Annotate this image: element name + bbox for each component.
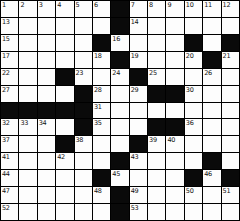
clue-number: 40: [167, 136, 175, 144]
white-cell-r9c12[interactable]: [203, 136, 220, 152]
white-cell-r5c2[interactable]: [19, 69, 36, 85]
white-cell-r2c9[interactable]: [148, 18, 165, 34]
white-cell-r7c13[interactable]: [222, 103, 239, 119]
white-cell-r1c1[interactable]: 1: [1, 1, 18, 17]
white-cell-r7c8[interactable]: [130, 103, 147, 119]
clue-number: 15: [2, 35, 10, 43]
white-cell-r3c5[interactable]: [75, 35, 92, 51]
white-cell-r13c8[interactable]: 53: [130, 204, 147, 220]
white-cell-r2c10[interactable]: [166, 18, 183, 34]
white-cell-r11c7[interactable]: 45: [111, 170, 128, 186]
white-cell-r2c5[interactable]: [75, 18, 92, 34]
white-cell-r4c4[interactable]: [56, 52, 73, 68]
white-cell-r11c4[interactable]: [56, 170, 73, 186]
black-cell-r8c5: [75, 119, 92, 135]
white-cell-r5c9[interactable]: 25: [148, 69, 165, 85]
clue-number: 13: [2, 18, 10, 26]
clue-number: 28: [94, 86, 102, 94]
clue-number: 7: [131, 1, 135, 9]
white-cell-r13c10[interactable]: [166, 204, 183, 220]
white-cell-r1c5[interactable]: 5: [75, 1, 92, 17]
white-cell-r8c3[interactable]: 34: [38, 119, 55, 135]
clue-number: 9: [167, 1, 171, 9]
white-cell-r7c10[interactable]: [166, 103, 183, 119]
crossword-board: 1234567891011121314151617181920212223242…: [0, 0, 240, 221]
clue-number: 1: [2, 1, 6, 9]
white-cell-r8c7[interactable]: [111, 119, 128, 135]
white-cell-r6c13[interactable]: [222, 86, 239, 102]
clue-number: 37: [2, 136, 10, 144]
clue-number: 22: [2, 69, 10, 77]
black-cell-r1c7: [111, 1, 128, 17]
black-cell-r10c7: [111, 153, 128, 169]
white-cell-r4c13[interactable]: 21: [222, 52, 239, 68]
white-cell-r12c9[interactable]: [148, 187, 165, 203]
clue-number: 8: [149, 1, 153, 9]
white-cell-r12c12[interactable]: [203, 187, 220, 203]
black-cell-r3c11: [185, 35, 202, 51]
white-cell-r3c9[interactable]: [148, 35, 165, 51]
white-cell-r6c4[interactable]: [56, 86, 73, 102]
black-cell-r8c9: [148, 119, 165, 135]
white-cell-r7c6[interactable]: 31: [93, 103, 110, 119]
white-cell-r1c13[interactable]: 12: [222, 1, 239, 17]
clue-number: 14: [131, 18, 139, 26]
clue-number: 43: [131, 153, 139, 161]
clue-number: 2: [20, 1, 24, 9]
black-cell-r10c12: [203, 153, 220, 169]
white-cell-r12c13[interactable]: 51: [222, 187, 239, 203]
white-cell-r13c11[interactable]: [185, 204, 202, 220]
white-cell-r2c8[interactable]: 14: [130, 18, 147, 34]
black-cell-r4c7: [111, 52, 128, 68]
white-cell-r13c5[interactable]: [75, 204, 92, 220]
clue-number: 42: [57, 153, 65, 161]
white-cell-r12c6[interactable]: 48: [93, 187, 110, 203]
white-cell-r1c2[interactable]: 2: [19, 1, 36, 17]
white-cell-r5c3[interactable]: [38, 69, 55, 85]
white-cell-r1c12[interactable]: 11: [203, 1, 220, 17]
white-cell-r2c2[interactable]: [19, 18, 36, 34]
white-cell-r4c1[interactable]: 17: [1, 52, 18, 68]
white-cell-r8c13[interactable]: [222, 119, 239, 135]
white-cell-r13c4[interactable]: [56, 204, 73, 220]
white-cell-r3c10[interactable]: [166, 35, 183, 51]
clue-number: 21: [223, 52, 231, 60]
clue-number: 47: [2, 187, 10, 195]
black-cell-r12c7: [111, 187, 128, 203]
white-cell-r8c6[interactable]: 35: [93, 119, 110, 135]
white-cell-r5c1[interactable]: 22: [1, 69, 18, 85]
white-cell-r12c4[interactable]: [56, 187, 73, 203]
clue-number: 50: [186, 187, 194, 195]
white-cell-r7c12[interactable]: [203, 103, 220, 119]
clue-number: 45: [112, 170, 120, 178]
clue-number: 19: [131, 52, 139, 60]
white-cell-r3c8[interactable]: [130, 35, 147, 51]
clue-number: 17: [2, 52, 10, 60]
white-cell-r6c8[interactable]: 29: [130, 86, 147, 102]
white-cell-r10c2[interactable]: [19, 153, 36, 169]
clue-number: 16: [112, 35, 120, 43]
white-cell-r3c12[interactable]: [203, 35, 220, 51]
clue-number: 33: [20, 119, 28, 127]
white-cell-r4c3[interactable]: [38, 52, 55, 68]
white-cell-r5c10[interactable]: [166, 69, 183, 85]
white-cell-r6c7[interactable]: [111, 86, 128, 102]
white-cell-r10c8[interactable]: 43: [130, 153, 147, 169]
white-cell-r8c8[interactable]: [130, 119, 147, 135]
white-cell-r12c10[interactable]: [166, 187, 183, 203]
black-cell-r3c13: [222, 35, 239, 51]
white-cell-r7c9[interactable]: [148, 103, 165, 119]
black-cell-r7c3: [38, 103, 55, 119]
white-cell-r8c12[interactable]: [203, 119, 220, 135]
white-cell-r10c3[interactable]: [38, 153, 55, 169]
white-cell-r5c6[interactable]: [93, 69, 110, 85]
white-cell-r2c13[interactable]: [222, 18, 239, 34]
clue-number: 39: [149, 136, 157, 144]
clue-number: 31: [94, 103, 102, 111]
black-cell-r5c4: [56, 69, 73, 85]
white-cell-r12c8[interactable]: 49: [130, 187, 147, 203]
white-cell-r9c2[interactable]: [19, 136, 36, 152]
white-cell-r4c5[interactable]: [75, 52, 92, 68]
white-cell-r9c7[interactable]: [111, 136, 128, 152]
white-cell-r11c10[interactable]: [166, 170, 183, 186]
white-cell-r5c7[interactable]: 24: [111, 69, 128, 85]
clue-number: 6: [94, 1, 98, 9]
black-cell-r7c1: [1, 103, 18, 119]
white-cell-r9c10[interactable]: 40: [166, 136, 183, 152]
white-cell-r2c11[interactable]: [185, 18, 202, 34]
white-cell-r2c1[interactable]: 13: [1, 18, 18, 34]
white-cell-r9c13[interactable]: [222, 136, 239, 152]
clue-number: 51: [223, 187, 231, 195]
white-cell-r1c4[interactable]: 4: [56, 1, 73, 17]
white-cell-r2c6[interactable]: [93, 18, 110, 34]
white-cell-r5c5[interactable]: 23: [75, 69, 92, 85]
black-cell-r11c13: [222, 170, 239, 186]
white-cell-r6c2[interactable]: [19, 86, 36, 102]
black-cell-r6c5: [75, 86, 92, 102]
white-cell-r3c1[interactable]: 15: [1, 35, 18, 51]
black-cell-r7c2: [19, 103, 36, 119]
white-cell-r7c7[interactable]: [111, 103, 128, 119]
white-cell-r9c11[interactable]: [185, 136, 202, 152]
white-cell-r1c3[interactable]: 3: [38, 1, 55, 17]
black-cell-r2c7: [111, 18, 128, 34]
white-cell-r6c11[interactable]: 30: [185, 86, 202, 102]
clue-number: 10: [186, 1, 194, 9]
clue-number: 48: [94, 187, 102, 195]
white-cell-r2c4[interactable]: [56, 18, 73, 34]
white-cell-r13c12[interactable]: [203, 204, 220, 220]
clue-number: 29: [131, 86, 139, 94]
black-cell-r5c8: [130, 69, 147, 85]
clue-number: 44: [2, 170, 10, 178]
white-cell-r4c6[interactable]: 18: [93, 52, 110, 68]
clue-number: 38: [76, 136, 84, 144]
white-cell-r10c10[interactable]: [166, 153, 183, 169]
white-cell-r11c1[interactable]: 44: [1, 170, 18, 186]
clue-number: 49: [131, 187, 139, 195]
white-cell-r13c9[interactable]: [148, 204, 165, 220]
white-cell-r10c6[interactable]: [93, 153, 110, 169]
white-cell-r11c12[interactable]: 46: [203, 170, 220, 186]
white-cell-r11c3[interactable]: [38, 170, 55, 186]
white-cell-r3c4[interactable]: [56, 35, 73, 51]
white-cell-r2c3[interactable]: [38, 18, 55, 34]
black-cell-r6c10: [166, 86, 183, 102]
white-cell-r11c8[interactable]: [130, 170, 147, 186]
clue-number: 36: [186, 119, 194, 127]
white-cell-r5c11[interactable]: [185, 69, 202, 85]
white-cell-r1c10[interactable]: 9: [166, 1, 183, 17]
white-cell-r6c12[interactable]: [203, 86, 220, 102]
clue-number: 26: [204, 69, 212, 77]
white-cell-r4c2[interactable]: [19, 52, 36, 68]
white-cell-r4c10[interactable]: [166, 52, 183, 68]
white-cell-r13c13[interactable]: [222, 204, 239, 220]
white-cell-r11c2[interactable]: [19, 170, 36, 186]
clue-number: 23: [76, 69, 84, 77]
white-cell-r2c12[interactable]: [203, 18, 220, 34]
white-cell-r8c11[interactable]: 36: [185, 119, 202, 135]
white-cell-r1c6[interactable]: 6: [93, 1, 110, 17]
clue-number: 34: [39, 119, 47, 127]
white-cell-r11c5[interactable]: [75, 170, 92, 186]
white-cell-r10c4[interactable]: 42: [56, 153, 73, 169]
white-cell-r1c9[interactable]: 8: [148, 1, 165, 17]
white-cell-r11c9[interactable]: [148, 170, 165, 186]
white-cell-r10c9[interactable]: [148, 153, 165, 169]
white-cell-r10c13[interactable]: [222, 153, 239, 169]
black-cell-r9c4: [56, 136, 73, 152]
clue-number: 53: [131, 204, 139, 212]
black-cell-r8c10: [166, 119, 183, 135]
clue-number: 12: [223, 1, 231, 9]
black-cell-r13c7: [111, 204, 128, 220]
white-cell-r3c7[interactable]: 16: [111, 35, 128, 51]
clue-number: 32: [2, 119, 10, 127]
white-cell-r13c6[interactable]: [93, 204, 110, 220]
black-cell-r3c6: [93, 35, 110, 51]
clue-number: 11: [204, 1, 212, 9]
black-cell-r11c11: [185, 170, 202, 186]
white-cell-r12c5[interactable]: [75, 187, 92, 203]
white-cell-r1c8[interactable]: 7: [130, 1, 147, 17]
white-cell-r13c1[interactable]: 52: [1, 204, 18, 220]
clue-number: 3: [39, 1, 43, 9]
clue-number: 5: [76, 1, 80, 9]
clue-number: 52: [2, 204, 10, 212]
white-cell-r8c1[interactable]: 32: [1, 119, 18, 135]
white-cell-r8c2[interactable]: 33: [19, 119, 36, 135]
white-cell-r10c5[interactable]: [75, 153, 92, 169]
white-cell-r13c3[interactable]: [38, 204, 55, 220]
white-cell-r1c11[interactable]: 10: [185, 1, 202, 17]
black-cell-r7c5: [75, 103, 92, 119]
white-cell-r7c11[interactable]: [185, 103, 202, 119]
clue-number: 30: [186, 86, 194, 94]
white-cell-r6c3[interactable]: [38, 86, 55, 102]
clue-number: 46: [204, 170, 212, 178]
white-cell-r10c1[interactable]: 41: [1, 153, 18, 169]
clue-number: 24: [112, 69, 120, 77]
white-cell-r6c6[interactable]: 28: [93, 86, 110, 102]
white-cell-r9c6[interactable]: [93, 136, 110, 152]
white-cell-r5c12[interactable]: 26: [203, 69, 220, 85]
white-cell-r4c11[interactable]: 20: [185, 52, 202, 68]
black-cell-r6c9: [148, 86, 165, 102]
white-cell-r3c2[interactable]: [19, 35, 36, 51]
black-cell-r11c6: [93, 170, 110, 186]
white-cell-r9c9[interactable]: 39: [148, 136, 165, 152]
white-cell-r3c3[interactable]: [38, 35, 55, 51]
black-cell-r7c4: [56, 103, 73, 119]
white-cell-r5c13[interactable]: [222, 69, 239, 85]
white-cell-r4c8[interactable]: 19: [130, 52, 147, 68]
white-cell-r12c2[interactable]: [19, 187, 36, 203]
white-cell-r12c11[interactable]: 50: [185, 187, 202, 203]
white-cell-r10c11[interactable]: [185, 153, 202, 169]
white-cell-r6c1[interactable]: 27: [1, 86, 18, 102]
white-cell-r9c5[interactable]: 38: [75, 136, 92, 152]
white-cell-r13c2[interactable]: [19, 204, 36, 220]
clue-number: 35: [94, 119, 102, 127]
white-cell-r9c3[interactable]: [38, 136, 55, 152]
white-cell-r9c1[interactable]: 37: [1, 136, 18, 152]
clue-number: 25: [149, 69, 157, 77]
white-cell-r12c1[interactable]: 47: [1, 187, 18, 203]
clue-number: 4: [57, 1, 61, 9]
white-cell-r8c4[interactable]: [56, 119, 73, 135]
clue-number: 27: [2, 86, 10, 94]
black-cell-r4c12: [203, 52, 220, 68]
clue-number: 18: [94, 52, 102, 60]
clue-number: 20: [186, 52, 194, 60]
white-cell-r12c3[interactable]: [38, 187, 55, 203]
black-cell-r9c8: [130, 136, 147, 152]
clue-number: 41: [2, 153, 10, 161]
white-cell-r4c9[interactable]: [148, 52, 165, 68]
